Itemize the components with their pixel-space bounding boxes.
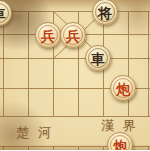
red-soldier-glyph: 兵: [66, 29, 80, 43]
xiangqi-board[interactable]: 楚河 漢界 車将兵兵車炮炮: [0, 0, 150, 150]
black-chariot-glyph: 車: [91, 52, 105, 66]
red-cannon-glyph: 炮: [116, 82, 130, 96]
piece-red-soldier-e1[interactable]: 兵: [60, 22, 86, 48]
piece-red-cannon-g3[interactable]: 炮: [110, 75, 136, 101]
river-label-chuhe: 楚河: [16, 124, 60, 142]
red-cannon-glyph: 炮: [113, 139, 127, 151]
black-chariot-glyph: 車: [0, 7, 6, 21]
red-soldier-glyph: 兵: [41, 29, 55, 43]
black-general-glyph: 将: [98, 6, 112, 20]
position-marker-h2: [144, 54, 150, 63]
position-marker-c3: [24, 84, 33, 93]
position-marker-e3: [74, 84, 83, 93]
piece-red-soldier-d1[interactable]: 兵: [35, 22, 61, 48]
piece-black-general-f0[interactable]: 将: [92, 0, 118, 25]
piece-black-chariot-f2[interactable]: 車: [85, 45, 111, 71]
position-marker-b2: [0, 54, 8, 63]
